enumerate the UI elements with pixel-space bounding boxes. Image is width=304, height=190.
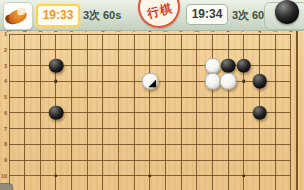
grid-line: [9, 49, 291, 50]
right-player-avatar[interactable]: [264, 2, 304, 30]
right-player-timer: 19:34: [186, 4, 228, 25]
last-move-triangle-icon: [148, 80, 156, 88]
white-stone-J4: [142, 73, 159, 90]
right-player-periods: 3次: [232, 8, 249, 22]
top-bar: 19:33 3次 60s 行棋 19:34 3次 60s: [0, 0, 304, 31]
row-label-10: 10: [0, 173, 7, 179]
black-stone-D6: [49, 105, 64, 120]
row-label-8: 8: [0, 141, 7, 147]
star-point-D10: [54, 174, 58, 178]
left-player-avatar[interactable]: [3, 2, 33, 30]
stamp-label: 行棋: [140, 0, 181, 24]
row-label-9: 9: [0, 157, 7, 163]
row-label-3: 3: [0, 63, 7, 69]
white-stone-N3: [204, 57, 221, 74]
star-point-P10: [242, 174, 246, 178]
black-stone-O3: [221, 58, 236, 73]
row-label-5: 5: [0, 94, 7, 100]
white-stone-O4: [220, 73, 237, 90]
grid-line: [9, 160, 291, 161]
row-label-6: 6: [0, 110, 7, 116]
row-label-2: 2: [0, 47, 7, 53]
bottom-left-ui-peek: [0, 183, 13, 190]
board-edge-line: [296, 30, 298, 190]
row-label-1: 1: [0, 31, 7, 37]
star-point-J10: [148, 174, 152, 178]
grid-line: [9, 34, 291, 35]
white-stone-N4: [204, 73, 221, 90]
left-player-timer: 19:33: [36, 4, 80, 27]
star-point-P4: [242, 80, 246, 84]
black-stone-P3: [237, 58, 252, 73]
go-board[interactable]: ABCDEFGHIJKLMNOPQRS12345678910: [0, 30, 304, 190]
row-label-7: 7: [0, 126, 7, 132]
star-point-D4: [54, 80, 58, 84]
move-indicator-stamp: 行棋: [133, 0, 184, 33]
black-stone-Q6: [252, 105, 267, 120]
grid-line: [9, 144, 291, 145]
left-player-byoyomi: 60s: [103, 8, 121, 22]
black-stone-D3: [49, 58, 64, 73]
left-player-periods: 3次: [83, 8, 100, 22]
black-stone-avatar-icon: [275, 0, 299, 24]
grid-line: [9, 128, 291, 129]
black-stone-Q4: [252, 74, 267, 89]
grid-line: [9, 97, 291, 98]
row-label-4: 4: [0, 78, 7, 84]
